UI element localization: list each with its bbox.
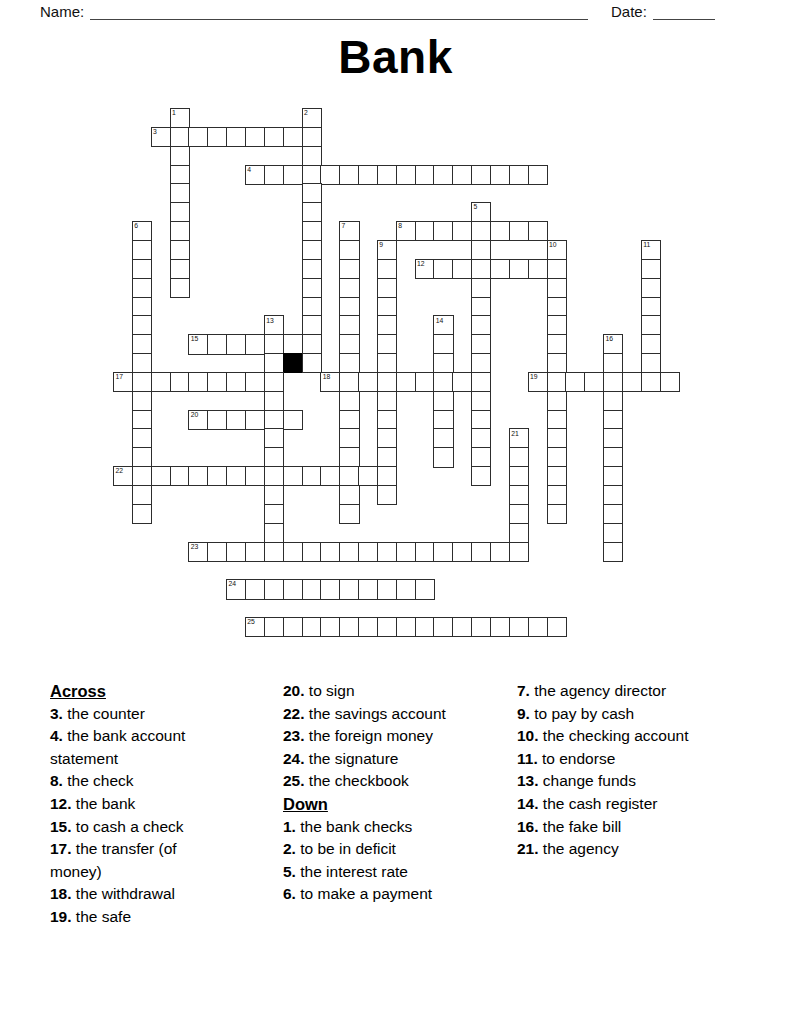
- clue-item-text: the cash register: [539, 795, 658, 812]
- grid-cell[interactable]: [188, 127, 208, 147]
- clue-item-text: the bank account statement: [50, 727, 185, 767]
- grid-cell[interactable]: [264, 165, 284, 185]
- grid-cell[interactable]: [302, 353, 322, 373]
- clue-item-number: 24.: [283, 750, 305, 767]
- grid-cell[interactable]: [132, 504, 152, 524]
- clue-item-text: the bank: [72, 795, 136, 812]
- grid-cell[interactable]: [358, 466, 378, 486]
- clue-item-number: 8.: [50, 772, 63, 789]
- grid-cell[interactable]: [433, 334, 453, 354]
- grid-cell[interactable]: [471, 259, 491, 279]
- grid-cell[interactable]: [283, 542, 303, 562]
- grid-cell[interactable]: [509, 617, 529, 637]
- grid-cell[interactable]: [170, 183, 190, 203]
- grid-cell[interactable]: [603, 391, 623, 411]
- grid-cell[interactable]: [377, 617, 397, 637]
- grid-cell[interactable]: [641, 278, 661, 298]
- grid-cell[interactable]: [433, 259, 453, 279]
- grid-cell[interactable]: [283, 410, 303, 430]
- grid-cell[interactable]: [528, 259, 548, 279]
- grid-cell[interactable]: [490, 165, 510, 185]
- grid-cell[interactable]: [547, 447, 567, 467]
- grid-cell[interactable]: [603, 523, 623, 543]
- grid-cell[interactable]: [207, 372, 227, 392]
- grid-cell[interactable]: [302, 315, 322, 335]
- clue-number: 5: [474, 204, 478, 211]
- grid-cell[interactable]: [433, 391, 453, 411]
- clue-section-heading: Down: [283, 793, 498, 816]
- clue-item-text: to make a payment: [296, 885, 432, 902]
- grid-cell[interactable]: [509, 485, 529, 505]
- clue-number: 4: [247, 167, 251, 174]
- grid-cell[interactable]: [452, 165, 472, 185]
- grid-cell[interactable]: [641, 259, 661, 279]
- grid-cell[interactable]: [302, 297, 322, 317]
- clue-item-text: to endorse: [538, 750, 616, 767]
- grid-cell[interactable]: [452, 221, 472, 241]
- clue-column: Across3. the counter4. the bank account …: [50, 680, 228, 929]
- grid-cell[interactable]: [377, 372, 397, 392]
- grid-cell[interactable]: [358, 579, 378, 599]
- grid-cell[interactable]: [264, 334, 284, 354]
- grid-cell[interactable]: [302, 221, 322, 241]
- clue-item: 24. the signature: [283, 748, 498, 771]
- grid-cell[interactable]: [509, 523, 529, 543]
- grid-cell[interactable]: [339, 240, 359, 260]
- grid-cell[interactable]: [264, 485, 284, 505]
- grid-cell[interactable]: [283, 466, 303, 486]
- grid-cell[interactable]: [302, 278, 322, 298]
- grid-cell[interactable]: [339, 391, 359, 411]
- grid-cell[interactable]: [339, 485, 359, 505]
- grid-cell[interactable]: [264, 372, 284, 392]
- grid-cell[interactable]: [320, 617, 340, 637]
- grid-cell[interactable]: [245, 372, 265, 392]
- clue-item: 14. the cash register: [517, 793, 689, 816]
- grid-cell[interactable]: [377, 297, 397, 317]
- grid-cell[interactable]: [547, 428, 567, 448]
- clue-item-number: 10.: [517, 727, 539, 744]
- grid-cell[interactable]: [339, 165, 359, 185]
- grid-cell[interactable]: [302, 240, 322, 260]
- grid-cell[interactable]: [377, 315, 397, 335]
- grid-cell[interactable]: [132, 466, 152, 486]
- grid-cell[interactable]: [377, 410, 397, 430]
- clue-item-text: the interest rate: [296, 863, 408, 880]
- grid-cell[interactable]: [641, 297, 661, 317]
- grid-cell[interactable]: [358, 617, 378, 637]
- grid-cell[interactable]: [264, 127, 284, 147]
- grid-cell[interactable]: [170, 202, 190, 222]
- grid-cell[interactable]: [396, 542, 416, 562]
- grid-cell[interactable]: [358, 372, 378, 392]
- clue-item-text: the agency: [539, 840, 619, 857]
- grid-cell[interactable]: [170, 259, 190, 279]
- clue-number: 6: [134, 223, 138, 230]
- clue-item-number: 23.: [283, 727, 305, 744]
- clue-number: 10: [549, 242, 557, 249]
- grid-cell[interactable]: [528, 221, 548, 241]
- grid-cell[interactable]: [207, 410, 227, 430]
- clue-item-text: the checkbook: [305, 772, 409, 789]
- grid-cell[interactable]: [264, 353, 284, 373]
- grid-cell[interactable]: [226, 466, 246, 486]
- grid-cell[interactable]: [245, 466, 265, 486]
- grid-cell[interactable]: [339, 278, 359, 298]
- grid-cell[interactable]: [471, 353, 491, 373]
- grid-cell[interactable]: [377, 259, 397, 279]
- grid-cell[interactable]: [471, 278, 491, 298]
- clue-number: 23: [191, 544, 199, 551]
- clue-number: 2: [304, 110, 308, 117]
- grid-cell[interactable]: [547, 372, 567, 392]
- clue-item: 18. the withdrawal: [50, 883, 228, 906]
- grid-cell[interactable]: [490, 617, 510, 637]
- grid-cell[interactable]: [641, 315, 661, 335]
- grid-cell[interactable]: [302, 165, 322, 185]
- grid-cell[interactable]: [377, 466, 397, 486]
- grid-cell[interactable]: [339, 334, 359, 354]
- grid-cell[interactable]: [170, 127, 190, 147]
- name-label: Name:: [40, 3, 84, 20]
- grid-cell[interactable]: [132, 353, 152, 373]
- grid-cell[interactable]: [471, 410, 491, 430]
- grid-cell[interactable]: [226, 372, 246, 392]
- grid-cell[interactable]: [245, 127, 265, 147]
- grid-cell[interactable]: [471, 617, 491, 637]
- clue-item-text: to cash a check: [72, 818, 184, 835]
- grid-cell[interactable]: [471, 428, 491, 448]
- grid-cell[interactable]: [452, 617, 472, 637]
- grid-cell[interactable]: [377, 485, 397, 505]
- grid-cell[interactable]: [245, 410, 265, 430]
- grid-cell[interactable]: [528, 165, 548, 185]
- grid-cell[interactable]: [547, 466, 567, 486]
- grid-cell[interactable]: [377, 334, 397, 354]
- clue-item-number: 7.: [517, 682, 530, 699]
- grid-cell[interactable]: [396, 165, 416, 185]
- clue-number: 17: [115, 374, 123, 381]
- grid-cell[interactable]: [283, 165, 303, 185]
- grid-cell[interactable]: [490, 221, 510, 241]
- date-label: Date:: [611, 3, 647, 20]
- grid-cell[interactable]: [433, 447, 453, 467]
- grid-cell[interactable]: [509, 221, 529, 241]
- grid-cell[interactable]: [132, 297, 152, 317]
- grid-cell[interactable]: [245, 579, 265, 599]
- grid-cell[interactable]: [396, 579, 416, 599]
- grid-cell[interactable]: [415, 372, 435, 392]
- grid-cell[interactable]: [415, 165, 435, 185]
- grid-cell[interactable]: [358, 542, 378, 562]
- grid-cell[interactable]: [302, 466, 322, 486]
- grid-cell[interactable]: [264, 504, 284, 524]
- clue-number: 1: [172, 110, 176, 117]
- grid-cell[interactable]: [433, 410, 453, 430]
- grid-cell[interactable]: [339, 259, 359, 279]
- clue-number: 25: [247, 619, 255, 626]
- grid-cell[interactable]: [302, 334, 322, 354]
- grid-cell[interactable]: [132, 334, 152, 354]
- grid-cell[interactable]: [264, 391, 284, 411]
- grid-cell[interactable]: [603, 485, 623, 505]
- grid-cell[interactable]: [509, 447, 529, 467]
- clue-item-text: the withdrawal: [72, 885, 175, 902]
- grid-cell[interactable]: [509, 542, 529, 562]
- clue-item-text: the check: [63, 772, 134, 789]
- grid-cell[interactable]: [226, 410, 246, 430]
- grid-cell[interactable]: [641, 353, 661, 373]
- clue-item: 10. the checking account: [517, 725, 689, 748]
- clue-item-number: 9.: [517, 705, 530, 722]
- grid-cell[interactable]: [377, 278, 397, 298]
- grid-cell[interactable]: [377, 542, 397, 562]
- grid-cell[interactable]: [339, 353, 359, 373]
- grid-cell[interactable]: [188, 372, 208, 392]
- grid-cell[interactable]: [509, 165, 529, 185]
- grid-cell[interactable]: [471, 240, 491, 260]
- grid-cell[interactable]: [471, 165, 491, 185]
- grid-cell[interactable]: [471, 391, 491, 411]
- grid-cell[interactable]: [132, 240, 152, 260]
- clue-item-text: to sign: [305, 682, 355, 699]
- grid-cell[interactable]: [377, 391, 397, 411]
- grid-cell[interactable]: [660, 372, 680, 392]
- grid-cell[interactable]: [547, 410, 567, 430]
- grid-cell[interactable]: [339, 428, 359, 448]
- clue-number: 22: [115, 468, 123, 475]
- clue-section-heading: Across: [50, 680, 228, 703]
- grid-cell[interactable]: [170, 221, 190, 241]
- grid-cell[interactable]: [471, 542, 491, 562]
- grid-cell[interactable]: [339, 410, 359, 430]
- grid-cell[interactable]: [433, 428, 453, 448]
- grid-cell[interactable]: [377, 165, 397, 185]
- grid-cell[interactable]: [207, 542, 227, 562]
- grid-cell[interactable]: [132, 372, 152, 392]
- grid-cell[interactable]: [603, 542, 623, 562]
- grid-cell[interactable]: [339, 579, 359, 599]
- clue-number: 9: [379, 242, 383, 249]
- grid-cell[interactable]: [377, 447, 397, 467]
- grid-cell[interactable]: [603, 466, 623, 486]
- grid-cell[interactable]: [339, 297, 359, 317]
- clue-item: 4. the bank account statement: [50, 725, 228, 770]
- clue-number: 14: [436, 318, 444, 325]
- grid-cell[interactable]: [226, 127, 246, 147]
- grid-cell[interactable]: [547, 259, 567, 279]
- grid-cell[interactable]: [339, 315, 359, 335]
- clue-item-number: 15.: [50, 818, 72, 835]
- grid-cell[interactable]: [283, 579, 303, 599]
- grid-cell[interactable]: [283, 334, 303, 354]
- grid-cell[interactable]: [471, 221, 491, 241]
- clue-item: 23. the foreign money: [283, 725, 498, 748]
- grid-cell[interactable]: [415, 617, 435, 637]
- clue-number: 24: [229, 581, 237, 588]
- grid-cell[interactable]: [452, 542, 472, 562]
- grid-cell[interactable]: [170, 466, 190, 486]
- name-fill-line[interactable]: [90, 2, 588, 20]
- grid-cell[interactable]: [132, 410, 152, 430]
- grid-cell[interactable]: [547, 278, 567, 298]
- grid-cell[interactable]: [547, 297, 567, 317]
- clue-number: 16: [606, 336, 614, 343]
- grid-cell[interactable]: [415, 579, 435, 599]
- grid-cell[interactable]: [339, 466, 359, 486]
- date-fill-line[interactable]: [653, 2, 715, 20]
- grid-cell[interactable]: [302, 259, 322, 279]
- grid-cell[interactable]: [132, 428, 152, 448]
- clue-item-text: the foreign money: [305, 727, 433, 744]
- grid-cell[interactable]: [547, 485, 567, 505]
- grid-cell[interactable]: [377, 428, 397, 448]
- grid-cell[interactable]: [528, 617, 548, 637]
- grid-cell[interactable]: [452, 372, 472, 392]
- grid-cell[interactable]: [245, 542, 265, 562]
- grid-cell[interactable]: [132, 485, 152, 505]
- grid-cell[interactable]: [302, 579, 322, 599]
- grid-cell[interactable]: [547, 315, 567, 335]
- grid-cell[interactable]: [170, 165, 190, 185]
- grid-cell[interactable]: [433, 221, 453, 241]
- grid-cell[interactable]: [170, 146, 190, 166]
- grid-cell[interactable]: [433, 372, 453, 392]
- grid-cell[interactable]: [264, 428, 284, 448]
- grid-cell[interactable]: [415, 221, 435, 241]
- grid-cell[interactable]: [471, 447, 491, 467]
- grid-cell[interactable]: [302, 127, 322, 147]
- grid-cell[interactable]: [603, 447, 623, 467]
- grid-cell[interactable]: [339, 617, 359, 637]
- grid-cell[interactable]: [283, 617, 303, 637]
- grid-cell[interactable]: [433, 353, 453, 373]
- grid-cell[interactable]: [358, 165, 378, 185]
- grid-cell[interactable]: [283, 127, 303, 147]
- clue-item: 25. the checkbook: [283, 770, 498, 793]
- clue-item-number: 3.: [50, 705, 63, 722]
- grid-cell[interactable]: [603, 504, 623, 524]
- grid-cell[interactable]: [547, 617, 567, 637]
- grid-cell[interactable]: [509, 259, 529, 279]
- grid-cell[interactable]: [471, 297, 491, 317]
- grid-cell[interactable]: [471, 372, 491, 392]
- clue-item-text: to pay by cash: [530, 705, 634, 722]
- grid-cell[interactable]: [132, 259, 152, 279]
- grid-cell[interactable]: [433, 617, 453, 637]
- grid-cell[interactable]: [377, 579, 397, 599]
- grid-cell[interactable]: [603, 428, 623, 448]
- grid-cell[interactable]: [264, 466, 284, 486]
- grid-cell[interactable]: [433, 542, 453, 562]
- grid-cell[interactable]: [264, 447, 284, 467]
- grid-cell[interactable]: [339, 504, 359, 524]
- grid-cell[interactable]: [188, 466, 208, 486]
- grid-cell[interactable]: [396, 372, 416, 392]
- grid-cell[interactable]: [641, 334, 661, 354]
- grid-cell[interactable]: [547, 334, 567, 354]
- clue-item: 11. to endorse: [517, 748, 689, 771]
- grid-cell[interactable]: [132, 315, 152, 335]
- grid-cell[interactable]: [396, 617, 416, 637]
- grid-cell[interactable]: [490, 542, 510, 562]
- grid-cell[interactable]: [433, 165, 453, 185]
- grid-cell[interactable]: [264, 542, 284, 562]
- grid-cell[interactable]: [302, 542, 322, 562]
- clue-item: 13. change funds: [517, 770, 689, 793]
- grid-cell[interactable]: [302, 202, 322, 222]
- grid-cell[interactable]: [471, 315, 491, 335]
- grid-cell[interactable]: [320, 542, 340, 562]
- grid-cell[interactable]: [151, 372, 171, 392]
- grid-cell[interactable]: [603, 410, 623, 430]
- grid-cell[interactable]: [226, 334, 246, 354]
- grid-cell[interactable]: [641, 372, 661, 392]
- grid-cell[interactable]: [339, 372, 359, 392]
- grid-cell[interactable]: [132, 391, 152, 411]
- grid-cell[interactable]: [170, 372, 190, 392]
- clue-item: 3. the counter: [50, 703, 228, 726]
- grid-cell[interactable]: [509, 504, 529, 524]
- grid-cell[interactable]: [547, 353, 567, 373]
- grid-cell[interactable]: [264, 617, 284, 637]
- clue-item-text: the savings account: [305, 705, 446, 722]
- grid-cell[interactable]: [471, 466, 491, 486]
- grid-cell[interactable]: [565, 372, 585, 392]
- grid-cell[interactable]: [377, 353, 397, 373]
- grid-cell[interactable]: [170, 240, 190, 260]
- grid-cell[interactable]: [302, 183, 322, 203]
- clue-item-number: 11.: [517, 750, 538, 767]
- grid-cell[interactable]: [132, 447, 152, 467]
- grid-cell[interactable]: [320, 466, 340, 486]
- clue-item: 21. the agency: [517, 838, 689, 861]
- grid-cell[interactable]: [603, 372, 623, 392]
- grid-cell[interactable]: [170, 278, 190, 298]
- grid-cell[interactable]: [302, 617, 322, 637]
- grid-cell[interactable]: [509, 466, 529, 486]
- grid-cell[interactable]: [339, 542, 359, 562]
- grid-cell[interactable]: [264, 523, 284, 543]
- grid-cell[interactable]: [490, 259, 510, 279]
- grid-cell[interactable]: [339, 447, 359, 467]
- grid-cell[interactable]: [452, 259, 472, 279]
- grid-cell[interactable]: [151, 466, 171, 486]
- grid-cell[interactable]: [547, 504, 567, 524]
- grid-cell[interactable]: [226, 542, 246, 562]
- grid-cell[interactable]: [207, 466, 227, 486]
- grid-cell[interactable]: [264, 410, 284, 430]
- grid-cell[interactable]: [132, 278, 152, 298]
- clue-item: 19. the safe: [50, 906, 228, 929]
- grid-cell[interactable]: [207, 127, 227, 147]
- grid-cell[interactable]: [622, 372, 642, 392]
- clue-item: 16. the fake bill: [517, 816, 689, 839]
- clue-item: 5. the interest rate: [283, 861, 498, 884]
- grid-cell[interactable]: [264, 579, 284, 599]
- grid-cell[interactable]: [603, 353, 623, 373]
- grid-cell[interactable]: [547, 391, 567, 411]
- grid-cell[interactable]: [302, 146, 322, 166]
- grid-cell[interactable]: [471, 334, 491, 354]
- grid-cell[interactable]: [320, 579, 340, 599]
- grid-cell[interactable]: [415, 542, 435, 562]
- blocked-cell: [283, 353, 303, 373]
- grid-cell[interactable]: [584, 372, 604, 392]
- grid-cell[interactable]: [245, 334, 265, 354]
- grid-cell[interactable]: [320, 165, 340, 185]
- grid-cell[interactable]: [207, 334, 227, 354]
